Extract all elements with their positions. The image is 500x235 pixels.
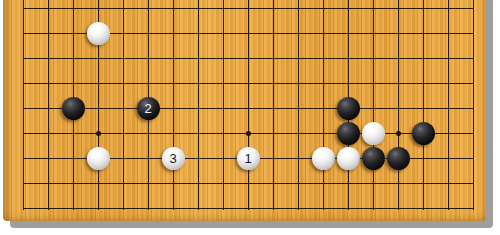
move-number-label: 1	[244, 151, 251, 164]
white-stone-O3	[337, 147, 360, 170]
star-point-Q4	[396, 131, 401, 136]
star-point-D4	[96, 131, 101, 136]
white-stone-N3	[312, 147, 335, 170]
black-stone-Q3	[387, 147, 410, 170]
grid-vertical-lines	[23, 0, 474, 210]
white-stone-P4	[362, 122, 385, 145]
white-stone-K3-move-1: 1	[237, 147, 260, 170]
white-stone-D3	[87, 147, 110, 170]
black-stone-O5	[337, 97, 360, 120]
black-stone-F5-move-2: 2	[137, 97, 160, 120]
black-stone-R4	[412, 122, 435, 145]
black-stone-P3	[362, 147, 385, 170]
board-bottom-edge-line	[23, 208, 474, 209]
star-point-K4	[246, 131, 251, 136]
go-board[interactable]: 231	[3, 0, 486, 221]
white-stone-D8	[87, 22, 110, 45]
move-number-label: 3	[169, 151, 176, 164]
stones-layer: 231	[11, 0, 486, 221]
black-stone-O4	[337, 122, 360, 145]
white-stone-G3-move-3: 3	[162, 147, 185, 170]
go-diagram-canvas: 231	[0, 0, 500, 235]
move-number-label: 2	[144, 101, 151, 114]
grid-horizontal-lines	[23, 8, 474, 209]
black-stone-C5	[62, 97, 85, 120]
